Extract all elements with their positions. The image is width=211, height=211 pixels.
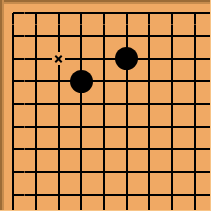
board-intersection-6-9[interactable] <box>115 183 138 206</box>
board-intersection-8-3[interactable] <box>161 47 184 70</box>
board-intersection-5-3[interactable] <box>93 47 116 70</box>
black-stone <box>70 70 93 93</box>
board-intersection-8-9[interactable] <box>161 183 184 206</box>
board-intersection-8-1[interactable] <box>161 2 184 25</box>
board-intersection-1-7[interactable] <box>2 138 25 161</box>
board-intersection-9-7[interactable] <box>183 138 206 161</box>
board-intersection-7-7[interactable] <box>138 138 161 161</box>
board-intersection-1-5[interactable] <box>2 93 25 116</box>
board-intersection-4-6[interactable] <box>70 115 93 138</box>
board-intersection-9-3[interactable] <box>183 47 206 70</box>
board-intersection-4-9[interactable] <box>70 183 93 206</box>
x-mark-icon <box>52 52 65 65</box>
go-board-grid <box>2 2 211 211</box>
board-intersection-4-7[interactable] <box>70 138 93 161</box>
board-intersection-8-2[interactable] <box>161 25 184 48</box>
board-edge-bottom <box>0 210 211 211</box>
board-intersection-1-4[interactable] <box>2 70 25 93</box>
board-intersection-7-2[interactable] <box>138 25 161 48</box>
board-intersection-4-8[interactable] <box>70 161 93 184</box>
board-intersection-5-9[interactable] <box>93 183 116 206</box>
board-intersection-6-1[interactable] <box>115 2 138 25</box>
board-intersection-5-2[interactable] <box>93 25 116 48</box>
board-intersection-4-4[interactable] <box>70 70 93 93</box>
board-intersection-6-6[interactable] <box>115 115 138 138</box>
board-intersection-3-3[interactable] <box>47 47 70 70</box>
board-intersection-4-3[interactable] <box>70 47 93 70</box>
board-intersection-2-7[interactable] <box>25 138 48 161</box>
board-intersection-4-5[interactable] <box>70 93 93 116</box>
board-intersection-6-4[interactable] <box>115 70 138 93</box>
board-intersection-5-4[interactable] <box>93 70 116 93</box>
board-intersection-7-5[interactable] <box>138 93 161 116</box>
board-intersection-4-1[interactable] <box>70 2 93 25</box>
board-intersection-2-8[interactable] <box>25 161 48 184</box>
board-intersection-1-8[interactable] <box>2 161 25 184</box>
board-intersection-5-5[interactable] <box>93 93 116 116</box>
board-intersection-9-6[interactable] <box>183 115 206 138</box>
board-intersection-3-1[interactable] <box>47 2 70 25</box>
board-intersection-5-1[interactable] <box>93 2 116 25</box>
board-intersection-1-2[interactable] <box>2 25 25 48</box>
board-intersection-3-4[interactable] <box>47 70 70 93</box>
board-intersection-2-9[interactable] <box>25 183 48 206</box>
board-intersection-8-5[interactable] <box>161 93 184 116</box>
board-intersection-9-9[interactable] <box>183 183 206 206</box>
board-intersection-1-3[interactable] <box>2 47 25 70</box>
board-intersection-9-1[interactable] <box>183 2 206 25</box>
board-intersection-1-6[interactable] <box>2 115 25 138</box>
board-intersection-6-3[interactable] <box>115 47 138 70</box>
board-intersection-7-1[interactable] <box>138 2 161 25</box>
board-intersection-9-5[interactable] <box>183 93 206 116</box>
board-intersection-3-5[interactable] <box>47 93 70 116</box>
board-intersection-2-4[interactable] <box>25 70 48 93</box>
board-intersection-3-9[interactable] <box>47 183 70 206</box>
board-intersection-3-8[interactable] <box>47 161 70 184</box>
board-intersection-1-1[interactable] <box>2 2 25 25</box>
board-intersection-8-7[interactable] <box>161 138 184 161</box>
go-board <box>0 0 211 211</box>
board-intersection-6-2[interactable] <box>115 25 138 48</box>
board-intersection-3-7[interactable] <box>47 138 70 161</box>
board-intersection-9-8[interactable] <box>183 161 206 184</box>
board-frame-top-inner <box>0 2 211 4</box>
board-intersection-8-8[interactable] <box>161 161 184 184</box>
board-intersection-8-6[interactable] <box>161 115 184 138</box>
board-intersection-9-2[interactable] <box>183 25 206 48</box>
board-intersection-7-3[interactable] <box>138 47 161 70</box>
board-intersection-7-4[interactable] <box>138 70 161 93</box>
board-intersection-7-8[interactable] <box>138 161 161 184</box>
board-intersection-2-2[interactable] <box>25 25 48 48</box>
board-edge-right <box>210 0 211 211</box>
board-intersection-2-5[interactable] <box>25 93 48 116</box>
board-intersection-3-6[interactable] <box>47 115 70 138</box>
board-intersection-3-2[interactable] <box>47 25 70 48</box>
board-intersection-7-6[interactable] <box>138 115 161 138</box>
board-intersection-2-1[interactable] <box>25 2 48 25</box>
board-intersection-9-4[interactable] <box>183 70 206 93</box>
board-intersection-6-8[interactable] <box>115 161 138 184</box>
board-intersection-2-3[interactable] <box>25 47 48 70</box>
board-frame-left-inner <box>2 0 4 211</box>
black-stone <box>115 47 138 70</box>
board-intersection-5-6[interactable] <box>93 115 116 138</box>
board-intersection-4-2[interactable] <box>70 25 93 48</box>
board-intersection-2-6[interactable] <box>25 115 48 138</box>
board-intersection-1-9[interactable] <box>2 183 25 206</box>
board-intersection-5-7[interactable] <box>93 138 116 161</box>
board-intersection-5-8[interactable] <box>93 161 116 184</box>
board-intersection-7-9[interactable] <box>138 183 161 206</box>
board-intersection-6-7[interactable] <box>115 138 138 161</box>
board-intersection-8-4[interactable] <box>161 70 184 93</box>
board-intersection-6-5[interactable] <box>115 93 138 116</box>
